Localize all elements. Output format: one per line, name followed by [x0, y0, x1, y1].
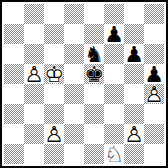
- piece-glyph: ♙: [144, 84, 164, 104]
- square-b4[interactable]: [24, 84, 44, 104]
- square-c1[interactable]: [44, 144, 64, 164]
- square-h1[interactable]: [144, 144, 164, 164]
- square-e1[interactable]: [84, 144, 104, 164]
- piece-glyph: ♚: [84, 64, 104, 84]
- square-g7[interactable]: [124, 24, 144, 44]
- square-b1[interactable]: [24, 144, 44, 164]
- square-b8[interactable]: [24, 4, 44, 24]
- square-e4[interactable]: [84, 84, 104, 104]
- square-h4[interactable]: ♟♙: [144, 84, 164, 104]
- piece-glyph: ♘: [104, 144, 124, 164]
- white-king[interactable]: ♚♔: [44, 64, 64, 84]
- piece-glyph: ♔: [44, 64, 64, 84]
- square-d5[interactable]: [64, 64, 84, 84]
- square-g1[interactable]: [124, 144, 144, 164]
- square-e3[interactable]: [84, 104, 104, 124]
- square-e7[interactable]: [84, 24, 104, 44]
- square-f3[interactable]: [104, 104, 124, 124]
- square-f8[interactable]: [104, 4, 124, 24]
- square-f2[interactable]: [104, 124, 124, 144]
- square-e5[interactable]: ♚♚: [84, 64, 104, 84]
- square-f5[interactable]: [104, 64, 124, 84]
- square-c3[interactable]: [44, 104, 64, 124]
- piece-glyph: ♞: [84, 44, 104, 64]
- square-a5[interactable]: [4, 64, 24, 84]
- square-a7[interactable]: [4, 24, 24, 44]
- white-pawn[interactable]: ♟♙: [144, 84, 164, 104]
- square-d2[interactable]: [64, 124, 84, 144]
- piece-glyph: ♟: [104, 24, 124, 44]
- square-f1[interactable]: ♞♘: [104, 144, 124, 164]
- white-pawn[interactable]: ♟♙: [24, 64, 44, 84]
- black-pawn[interactable]: ♟♟: [144, 64, 164, 84]
- square-c7[interactable]: [44, 24, 64, 44]
- square-d7[interactable]: [64, 24, 84, 44]
- square-c2[interactable]: ♟♙: [44, 124, 64, 144]
- square-h7[interactable]: [144, 24, 164, 44]
- square-a3[interactable]: [4, 104, 24, 124]
- piece-glyph: ♟: [124, 44, 144, 64]
- square-a4[interactable]: [4, 84, 24, 104]
- square-h8[interactable]: [144, 4, 164, 24]
- square-d8[interactable]: [64, 4, 84, 24]
- square-f4[interactable]: [104, 84, 124, 104]
- square-g8[interactable]: [124, 4, 144, 24]
- square-a6[interactable]: [4, 44, 24, 64]
- square-f7[interactable]: ♟♟: [104, 24, 124, 44]
- square-e2[interactable]: [84, 124, 104, 144]
- board-frame: ♟♟♞♞♟♟♟♙♚♔♚♚♟♟♟♙♟♙♟♙♞♘: [0, 0, 168, 168]
- square-e6[interactable]: ♞♞: [84, 44, 104, 64]
- square-a8[interactable]: [4, 4, 24, 24]
- white-pawn[interactable]: ♟♙: [44, 124, 64, 144]
- square-b5[interactable]: ♟♙: [24, 64, 44, 84]
- square-h3[interactable]: [144, 104, 164, 124]
- square-g4[interactable]: [124, 84, 144, 104]
- square-d3[interactable]: [64, 104, 84, 124]
- square-c6[interactable]: [44, 44, 64, 64]
- square-d4[interactable]: [64, 84, 84, 104]
- square-g3[interactable]: [124, 104, 144, 124]
- square-a2[interactable]: [4, 124, 24, 144]
- square-e8[interactable]: [84, 4, 104, 24]
- square-b3[interactable]: [24, 104, 44, 124]
- square-h6[interactable]: [144, 44, 164, 64]
- square-f6[interactable]: [104, 44, 124, 64]
- black-pawn[interactable]: ♟♟: [124, 44, 144, 64]
- square-d1[interactable]: [64, 144, 84, 164]
- black-king[interactable]: ♚♚: [84, 64, 104, 84]
- square-g6[interactable]: ♟♟: [124, 44, 144, 64]
- black-pawn[interactable]: ♟♟: [104, 24, 124, 44]
- square-c5[interactable]: ♚♔: [44, 64, 64, 84]
- white-pawn[interactable]: ♟♙: [124, 124, 144, 144]
- square-c8[interactable]: [44, 4, 64, 24]
- white-knight[interactable]: ♞♘: [104, 144, 124, 164]
- black-knight[interactable]: ♞♞: [84, 44, 104, 64]
- square-b7[interactable]: [24, 24, 44, 44]
- square-g2[interactable]: ♟♙: [124, 124, 144, 144]
- square-c4[interactable]: [44, 84, 64, 104]
- square-a1[interactable]: [4, 144, 24, 164]
- square-g5[interactable]: [124, 64, 144, 84]
- piece-glyph: ♙: [124, 124, 144, 144]
- piece-glyph: ♙: [24, 64, 44, 84]
- chess-board: ♟♟♞♞♟♟♟♙♚♔♚♚♟♟♟♙♟♙♟♙♞♘: [4, 4, 164, 164]
- square-b6[interactable]: [24, 44, 44, 64]
- square-b2[interactable]: [24, 124, 44, 144]
- piece-glyph: ♟: [144, 64, 164, 84]
- square-h5[interactable]: ♟♟: [144, 64, 164, 84]
- square-d6[interactable]: [64, 44, 84, 64]
- square-h2[interactable]: [144, 124, 164, 144]
- piece-glyph: ♙: [44, 124, 64, 144]
